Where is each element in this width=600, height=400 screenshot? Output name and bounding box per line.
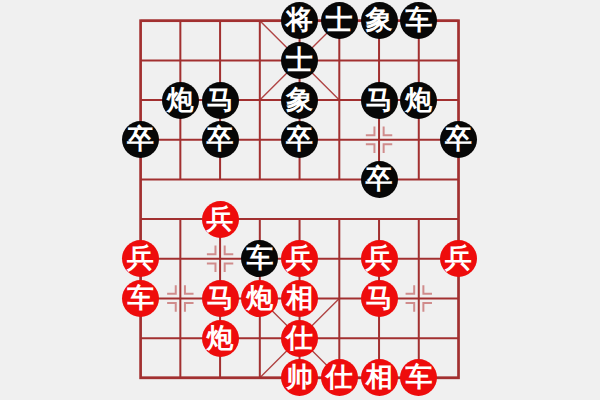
piece-black-soldier[interactable]: 卒 (440, 121, 477, 158)
piece-red-chariot[interactable]: 车 (400, 359, 437, 396)
piece-black-general[interactable]: 将 (281, 2, 318, 39)
piece-red-general[interactable]: 帅 (281, 359, 318, 396)
piece-black-cannon[interactable]: 炮 (400, 82, 437, 119)
piece-black-chariot[interactable]: 车 (241, 240, 278, 277)
piece-black-advisor[interactable]: 士 (321, 2, 358, 39)
piece-red-soldier[interactable]: 兵 (281, 240, 318, 277)
piece-red-elephant[interactable]: 相 (281, 280, 318, 317)
piece-black-elephant[interactable]: 象 (281, 82, 318, 119)
piece-red-advisor[interactable]: 仕 (281, 320, 318, 357)
piece-black-soldier[interactable]: 卒 (281, 121, 318, 158)
piece-red-chariot[interactable]: 车 (122, 280, 159, 317)
piece-black-chariot[interactable]: 车 (400, 2, 437, 39)
xiangqi-board: 将士象车士炮马象马炮卒卒卒卒卒兵兵车兵兵兵车马炮相马炮仕帅仕相车 (0, 0, 600, 400)
piece-black-horse[interactable]: 马 (361, 82, 398, 119)
piece-black-elephant[interactable]: 象 (361, 2, 398, 39)
piece-red-horse[interactable]: 马 (361, 280, 398, 317)
piece-red-cannon[interactable]: 炮 (241, 280, 278, 317)
piece-black-soldier[interactable]: 卒 (361, 161, 398, 198)
piece-red-soldier[interactable]: 兵 (122, 240, 159, 277)
piece-red-advisor[interactable]: 仕 (321, 359, 358, 396)
piece-black-soldier[interactable]: 卒 (202, 121, 239, 158)
piece-black-horse[interactable]: 马 (202, 82, 239, 119)
piece-red-horse[interactable]: 马 (202, 280, 239, 317)
piece-red-soldier[interactable]: 兵 (202, 201, 239, 238)
piece-black-soldier[interactable]: 卒 (122, 121, 159, 158)
piece-red-cannon[interactable]: 炮 (202, 320, 239, 357)
piece-black-cannon[interactable]: 炮 (162, 82, 199, 119)
piece-red-soldier[interactable]: 兵 (440, 240, 477, 277)
piece-black-advisor[interactable]: 士 (281, 42, 318, 79)
piece-red-elephant[interactable]: 相 (361, 359, 398, 396)
piece-red-soldier[interactable]: 兵 (361, 240, 398, 277)
